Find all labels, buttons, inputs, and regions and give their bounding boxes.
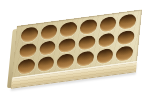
pit-r1c1[interactable] — [20, 26, 38, 42]
pit-r2c6[interactable] — [117, 29, 135, 45]
pit-r2c2[interactable] — [38, 40, 56, 56]
pit-r1c3[interactable] — [60, 21, 78, 37]
pit-r3c3[interactable] — [57, 53, 75, 69]
pit-r3c1[interactable] — [17, 58, 35, 74]
pit-r3c2[interactable] — [37, 56, 55, 72]
pit-r2c1[interactable] — [19, 42, 37, 58]
pit-r3c6[interactable] — [116, 46, 134, 62]
pit-r1c2[interactable] — [40, 24, 58, 40]
pit-r2c5[interactable] — [97, 32, 115, 48]
mancala-board — [12, 10, 142, 78]
pit-r3c5[interactable] — [96, 48, 114, 64]
pit-r2c3[interactable] — [58, 37, 76, 53]
pit-r1c6[interactable] — [119, 13, 137, 29]
pit-r3c4[interactable] — [76, 51, 94, 67]
product-photo-background — [0, 0, 150, 99]
pit-r2c4[interactable] — [78, 35, 96, 51]
pit-r1c5[interactable] — [99, 16, 117, 32]
pit-r1c4[interactable] — [79, 18, 97, 34]
